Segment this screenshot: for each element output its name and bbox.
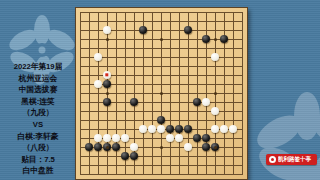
stone-white[interactable] <box>103 134 111 142</box>
stone-white[interactable] <box>229 125 237 133</box>
stone-white[interactable] <box>157 125 165 133</box>
stone-black[interactable] <box>193 98 201 106</box>
star-point <box>160 92 163 95</box>
stone-black[interactable] <box>220 35 228 43</box>
stone-white[interactable] <box>94 134 102 142</box>
stone-white[interactable] <box>175 134 183 142</box>
stone-black[interactable] <box>112 143 120 151</box>
stone-black[interactable] <box>193 134 201 142</box>
event-stage-line: 中国选拔赛 <box>2 84 75 96</box>
stone-black[interactable] <box>130 98 138 106</box>
stone-white[interactable] <box>202 98 210 106</box>
stone-white[interactable] <box>121 134 129 142</box>
stone-white[interactable] <box>211 107 219 115</box>
result-line: 白中盘胜 <box>2 165 75 177</box>
stone-white[interactable] <box>130 143 138 151</box>
stone-black[interactable] <box>139 26 147 34</box>
stone-black[interactable] <box>202 35 210 43</box>
stone-white[interactable] <box>139 125 147 133</box>
stone-black[interactable] <box>157 116 165 124</box>
stone-white[interactable] <box>94 53 102 61</box>
star-point <box>214 146 217 149</box>
stone-white[interactable] <box>148 125 156 133</box>
stone-black[interactable] <box>184 125 192 133</box>
stone-white[interactable] <box>220 125 228 133</box>
channel-logo: 凯利路签十亭 <box>266 154 317 165</box>
stone-white[interactable] <box>166 134 174 142</box>
stone-white[interactable] <box>112 134 120 142</box>
stone-black[interactable] <box>202 134 210 142</box>
stone-white[interactable] <box>94 80 102 88</box>
stone-white[interactable] <box>103 26 111 34</box>
black-player-line: 黑棋:连笑 <box>2 96 75 108</box>
stone-black[interactable] <box>184 26 192 34</box>
event-year-line: 2022年第19届 <box>2 61 75 73</box>
stone-black[interactable] <box>130 152 138 160</box>
stone-black[interactable] <box>166 125 174 133</box>
stone-black[interactable] <box>175 125 183 133</box>
go-board[interactable] <box>75 7 248 180</box>
black-rank-line: （九段） <box>2 107 75 119</box>
channel-logo-icon <box>269 156 276 163</box>
white-player-line: 白棋:李轩豪 <box>2 131 75 143</box>
star-point <box>214 92 217 95</box>
stone-white[interactable] <box>211 53 219 61</box>
video-frame[interactable]: 2022年第19届 杭州亚运会 中国选拔赛 黑棋:连笑 （九段） VS 白棋:李… <box>0 0 320 180</box>
white-rank-line: （八段） <box>2 142 75 154</box>
stone-black[interactable] <box>103 98 111 106</box>
stone-white[interactable] <box>211 125 219 133</box>
watermark-flower-right-icon <box>252 88 320 180</box>
star-point <box>214 38 217 41</box>
star-point <box>106 38 109 41</box>
star-point <box>106 146 109 149</box>
channel-logo-text: 凯利路签十亭 <box>278 156 311 163</box>
komi-line: 贴目：7.5 <box>2 154 75 166</box>
stone-black[interactable] <box>94 143 102 151</box>
stone-white[interactable] <box>184 143 192 151</box>
stone-white-last-move[interactable] <box>103 71 111 79</box>
stone-black[interactable] <box>202 143 210 151</box>
stone-black[interactable] <box>103 80 111 88</box>
star-point <box>160 146 163 149</box>
match-info-panel: 2022年第19届 杭州亚运会 中国选拔赛 黑棋:连笑 （九段） VS 白棋:李… <box>0 61 76 177</box>
stone-black[interactable] <box>121 152 129 160</box>
stone-black[interactable] <box>85 143 93 151</box>
versus-line: VS <box>2 119 75 131</box>
event-name-line: 杭州亚运会 <box>2 73 75 85</box>
star-point <box>106 92 109 95</box>
star-point <box>160 38 163 41</box>
